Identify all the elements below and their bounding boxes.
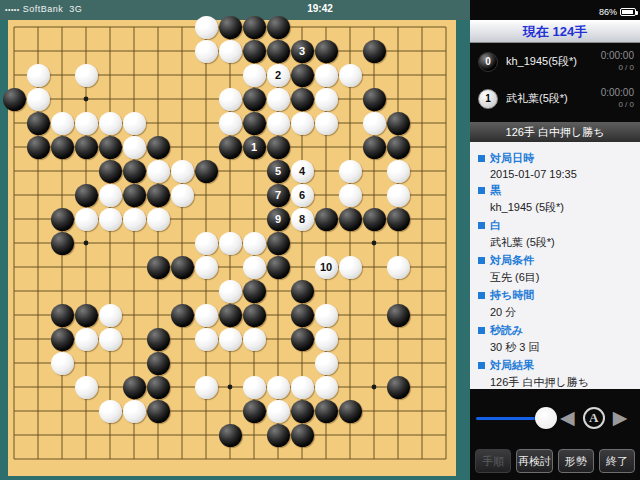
black-stone	[387, 376, 410, 399]
white-stone	[99, 184, 122, 207]
white-stone	[147, 208, 170, 231]
white-stone	[267, 400, 290, 423]
black-stone	[219, 424, 242, 447]
black-stone	[147, 328, 170, 351]
white-stone	[219, 112, 242, 135]
black-stone	[99, 160, 122, 183]
black-stone	[51, 328, 74, 351]
black-stone	[195, 160, 218, 183]
info-value: 126手 白中押し勝ち	[490, 375, 632, 389]
white-stone	[171, 160, 194, 183]
white-stone	[99, 112, 122, 135]
white-stone	[195, 304, 218, 327]
white-stone-move-10: 10	[315, 256, 338, 279]
black-stone	[75, 304, 98, 327]
black-stone	[27, 112, 50, 135]
bullet-icon	[478, 292, 485, 299]
board-zone: •••••SoftBank 3G 19:42 32154769810	[0, 0, 470, 480]
white-stone	[363, 112, 386, 135]
battery-status: 86%	[599, 4, 636, 20]
info-value: 2015-01-07 19:35	[490, 168, 632, 180]
info-label: 対局日時	[478, 151, 632, 166]
white-stone	[123, 136, 146, 159]
white-stone	[243, 256, 266, 279]
info-value: 互先 (6目)	[490, 270, 632, 285]
black-stone-move-7: 7	[267, 184, 290, 207]
white-stone	[315, 64, 338, 87]
auto-play-button[interactable]: A	[583, 407, 605, 429]
black-stone	[219, 304, 242, 327]
replay-controls: ◀ A ▶	[470, 389, 640, 447]
next-move-button[interactable]: ▶	[613, 407, 628, 429]
bullet-icon	[478, 327, 485, 334]
black-stone	[123, 184, 146, 207]
white-stone-move-2: 2	[267, 64, 290, 87]
black-stone	[387, 208, 410, 231]
black-stone	[387, 136, 410, 159]
white-stone	[75, 64, 98, 87]
white-stone	[339, 160, 362, 183]
black-stone	[51, 304, 74, 327]
black-stone	[315, 208, 338, 231]
white-stone	[243, 232, 266, 255]
black-stone	[243, 16, 266, 39]
black-stone	[267, 40, 290, 63]
white-stone	[219, 232, 242, 255]
tejun-button[interactable]: 手順	[475, 449, 511, 473]
white-stone	[99, 208, 122, 231]
info-label: 対局条件	[478, 253, 632, 268]
white-stone	[123, 112, 146, 135]
white-stone	[75, 208, 98, 231]
black-stone	[363, 136, 386, 159]
white-stone	[315, 376, 338, 399]
black-stone	[123, 376, 146, 399]
black-stone	[243, 40, 266, 63]
white-stone	[243, 64, 266, 87]
game-result-bar: 126手 白中押し勝ち	[470, 122, 640, 142]
white-stone-move-6: 6	[291, 184, 314, 207]
black-stone	[291, 424, 314, 447]
white-stone	[99, 304, 122, 327]
black-stone	[219, 16, 242, 39]
action-buttons: 手順 再検討 形勢 終了	[470, 449, 640, 473]
black-stone	[147, 400, 170, 423]
white-stone	[51, 352, 74, 375]
battery-percent-label: 86%	[599, 7, 617, 17]
game-info-panel: 対局日時 2015-01-07 19:35 黒 kh_1945 (5段*) 白 …	[470, 142, 640, 389]
black-capture-stone-icon: 0	[478, 52, 498, 72]
player-time: 0:00:00	[601, 50, 634, 63]
white-stone	[195, 40, 218, 63]
bullet-icon	[478, 257, 485, 264]
white-stone	[267, 88, 290, 111]
white-stone	[387, 184, 410, 207]
black-stone	[219, 136, 242, 159]
black-stone-move-3: 3	[291, 40, 314, 63]
white-stone	[75, 376, 98, 399]
black-stone	[51, 232, 74, 255]
keisei-button[interactable]: 形勢	[558, 449, 594, 473]
info-label: 黒	[478, 183, 632, 198]
white-stone-move-4: 4	[291, 160, 314, 183]
previous-move-button[interactable]: ◀	[560, 407, 575, 429]
white-capture-stone-icon: 1	[478, 89, 498, 109]
info-value: 30 秒 3 回	[490, 340, 632, 355]
bullet-icon	[478, 362, 485, 369]
black-stone	[147, 376, 170, 399]
white-stone	[315, 112, 338, 135]
black-stone	[3, 88, 26, 111]
black-stone	[171, 304, 194, 327]
black-stone	[315, 400, 338, 423]
white-stone	[51, 112, 74, 135]
black-stone	[147, 256, 170, 279]
info-value: 武礼葉 (5段*)	[490, 235, 632, 250]
slider-knob[interactable]	[535, 407, 557, 429]
player-name: kh_1945(5段*)	[506, 54, 601, 69]
info-value: kh_1945 (5段*)	[490, 200, 632, 215]
white-stone	[195, 256, 218, 279]
info-label: 白	[478, 218, 632, 233]
bullet-icon	[478, 187, 485, 194]
black-stone	[51, 136, 74, 159]
white-stone	[123, 208, 146, 231]
black-stone	[363, 40, 386, 63]
white-stone	[99, 328, 122, 351]
black-stone	[267, 136, 290, 159]
white-stone	[171, 184, 194, 207]
white-stone	[315, 352, 338, 375]
white-stone	[75, 112, 98, 135]
white-stone	[219, 88, 242, 111]
black-stone	[387, 112, 410, 135]
black-stone-move-5: 5	[267, 160, 290, 183]
white-stone	[339, 256, 362, 279]
player-periods: 0 / 0	[601, 100, 634, 110]
black-stone	[243, 280, 266, 303]
black-stone	[243, 304, 266, 327]
white-stone	[219, 280, 242, 303]
black-stone	[291, 64, 314, 87]
player-periods: 0 / 0	[601, 63, 634, 73]
white-stone	[267, 112, 290, 135]
black-stone	[363, 208, 386, 231]
white-stone-move-8: 8	[291, 208, 314, 231]
black-stone	[315, 40, 338, 63]
shuryo-button[interactable]: 終了	[599, 449, 635, 473]
white-stone	[219, 328, 242, 351]
white-stone	[291, 376, 314, 399]
black-stone	[291, 280, 314, 303]
white-stone	[27, 64, 50, 87]
white-stone	[339, 64, 362, 87]
black-stone	[123, 160, 146, 183]
current-move-header: 現在 124手	[470, 20, 640, 43]
player-time: 0:00:00	[601, 87, 634, 100]
sidebar: 86% 現在 124手 0 kh_1945(5段*) 0:00:00 0 / 0…	[470, 0, 640, 480]
black-stone	[267, 424, 290, 447]
info-label: 対局結果	[478, 358, 632, 373]
black-stone	[147, 352, 170, 375]
white-stone	[291, 112, 314, 135]
black-stone	[147, 184, 170, 207]
white-stone	[219, 40, 242, 63]
info-label: 秒読み	[478, 323, 632, 338]
white-stone	[243, 376, 266, 399]
move-slider[interactable]	[476, 407, 552, 429]
info-value: 20 分	[490, 305, 632, 320]
white-stone	[339, 184, 362, 207]
white-stone	[27, 88, 50, 111]
white-stone	[243, 328, 266, 351]
white-stone	[387, 160, 410, 183]
black-stone	[99, 136, 122, 159]
black-stone	[291, 328, 314, 351]
black-stone	[267, 256, 290, 279]
white-stone	[195, 328, 218, 351]
white-stone	[195, 376, 218, 399]
black-stone	[51, 208, 74, 231]
black-stone	[75, 184, 98, 207]
black-stone	[267, 232, 290, 255]
black-stone	[291, 304, 314, 327]
white-stone	[315, 328, 338, 351]
bullet-icon	[478, 222, 485, 229]
black-stone-move-1: 1	[243, 136, 266, 159]
go-board[interactable]: 32154769810	[8, 20, 456, 476]
black-stone	[243, 88, 266, 111]
info-label: 持ち時間	[478, 288, 632, 303]
white-stone	[387, 256, 410, 279]
black-stone	[363, 88, 386, 111]
player-list: 0 kh_1945(5段*) 0:00:00 0 / 0 1 武礼葉(5段*) …	[470, 43, 640, 117]
black-stone	[27, 136, 50, 159]
black-stone-move-9: 9	[267, 208, 290, 231]
bullet-icon	[478, 155, 485, 162]
black-stone	[339, 208, 362, 231]
white-stone	[195, 232, 218, 255]
white-stone	[99, 400, 122, 423]
black-stone	[171, 256, 194, 279]
black-stone	[291, 400, 314, 423]
black-stone	[291, 88, 314, 111]
white-stone	[267, 376, 290, 399]
white-stone	[315, 304, 338, 327]
white-stone	[147, 160, 170, 183]
black-stone	[147, 136, 170, 159]
white-stone	[195, 16, 218, 39]
battery-icon	[620, 8, 636, 16]
player-name: 武礼葉(5段*)	[506, 91, 601, 106]
black-stone	[243, 400, 266, 423]
player-row-white-captures: 0 kh_1945(5段*) 0:00:00 0 / 0	[470, 43, 640, 80]
saikento-button[interactable]: 再検討	[516, 449, 552, 473]
player-row-black-captures: 1 武礼葉(5段*) 0:00:00 0 / 0	[470, 80, 640, 117]
black-stone	[267, 16, 290, 39]
black-stone	[387, 304, 410, 327]
black-stone	[75, 136, 98, 159]
white-stone	[75, 328, 98, 351]
white-stone	[123, 400, 146, 423]
white-stone	[315, 88, 338, 111]
black-stone	[339, 400, 362, 423]
black-stone	[243, 112, 266, 135]
